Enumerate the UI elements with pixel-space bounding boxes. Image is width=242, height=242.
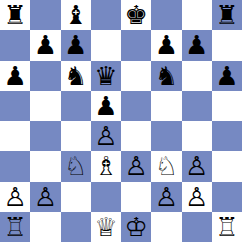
square-f5[interactable]	[151, 91, 181, 121]
square-g1[interactable]	[182, 212, 212, 242]
square-c7[interactable]: ♟	[61, 30, 91, 60]
square-g7[interactable]: ♟	[182, 30, 212, 60]
square-a7[interactable]	[0, 30, 30, 60]
square-d1[interactable]: ♕	[91, 212, 121, 242]
piece-black-pawn[interactable]: ♟	[215, 61, 238, 91]
chess-board: ♜♝♚♜♟♟♟♟♟♞♛♞♟♟♙♘♗♙♘♙♙♙♙♙♖♕♔♖	[0, 0, 242, 242]
square-e3[interactable]: ♙	[121, 151, 151, 181]
square-e7[interactable]	[121, 30, 151, 60]
piece-black-pawn[interactable]: ♟	[155, 30, 178, 60]
square-c4[interactable]	[61, 121, 91, 151]
square-f4[interactable]	[151, 121, 181, 151]
square-c3[interactable]: ♘	[61, 151, 91, 181]
piece-black-pawn[interactable]: ♟	[34, 30, 57, 60]
piece-black-rook[interactable]: ♜	[215, 0, 238, 30]
square-c8[interactable]: ♝	[61, 0, 91, 30]
square-f2[interactable]: ♙	[151, 182, 181, 212]
piece-white-rook[interactable]: ♖	[3, 212, 26, 242]
square-e2[interactable]	[121, 182, 151, 212]
piece-black-bishop[interactable]: ♝	[64, 0, 87, 30]
square-f6[interactable]: ♞	[151, 61, 181, 91]
piece-white-pawn[interactable]: ♙	[155, 182, 178, 212]
square-g4[interactable]	[182, 121, 212, 151]
square-g6[interactable]	[182, 61, 212, 91]
square-h8[interactable]: ♜	[212, 0, 242, 30]
square-d7[interactable]	[91, 30, 121, 60]
square-a5[interactable]	[0, 91, 30, 121]
square-f1[interactable]	[151, 212, 181, 242]
piece-white-pawn[interactable]: ♙	[94, 121, 117, 151]
square-a3[interactable]	[0, 151, 30, 181]
square-g5[interactable]	[182, 91, 212, 121]
piece-black-pawn[interactable]: ♟	[185, 30, 208, 60]
square-c6[interactable]: ♞	[61, 61, 91, 91]
square-c5[interactable]	[61, 91, 91, 121]
square-g2[interactable]: ♙	[182, 182, 212, 212]
square-d4[interactable]: ♙	[91, 121, 121, 151]
piece-black-king[interactable]: ♚	[124, 0, 147, 30]
square-c2[interactable]	[61, 182, 91, 212]
piece-white-pawn[interactable]: ♙	[34, 182, 57, 212]
square-a8[interactable]: ♜	[0, 0, 30, 30]
piece-white-bishop[interactable]: ♗	[94, 151, 117, 181]
piece-white-king[interactable]: ♔	[124, 212, 147, 242]
piece-white-pawn[interactable]: ♙	[185, 151, 208, 181]
square-a6[interactable]: ♟	[0, 61, 30, 91]
square-g3[interactable]: ♙	[182, 151, 212, 181]
square-h2[interactable]	[212, 182, 242, 212]
square-d8[interactable]	[91, 0, 121, 30]
piece-black-rook[interactable]: ♜	[3, 0, 26, 30]
square-f7[interactable]: ♟	[151, 30, 181, 60]
square-b7[interactable]: ♟	[30, 30, 60, 60]
square-d5[interactable]: ♟	[91, 91, 121, 121]
square-d3[interactable]: ♗	[91, 151, 121, 181]
piece-white-knight[interactable]: ♘	[155, 151, 178, 181]
square-e5[interactable]	[121, 91, 151, 121]
square-b2[interactable]: ♙	[30, 182, 60, 212]
square-e1[interactable]: ♔	[121, 212, 151, 242]
square-h7[interactable]	[212, 30, 242, 60]
square-c1[interactable]	[61, 212, 91, 242]
square-h6[interactable]: ♟	[212, 61, 242, 91]
piece-black-pawn[interactable]: ♟	[64, 30, 87, 60]
piece-white-queen[interactable]: ♕	[94, 212, 117, 242]
square-f8[interactable]	[151, 0, 181, 30]
square-g8[interactable]	[182, 0, 212, 30]
square-b5[interactable]	[30, 91, 60, 121]
piece-white-knight[interactable]: ♘	[64, 151, 87, 181]
square-e4[interactable]	[121, 121, 151, 151]
square-b1[interactable]	[30, 212, 60, 242]
square-b6[interactable]	[30, 61, 60, 91]
piece-black-knight[interactable]: ♞	[64, 61, 87, 91]
piece-white-pawn[interactable]: ♙	[124, 151, 147, 181]
square-f3[interactable]: ♘	[151, 151, 181, 181]
square-b3[interactable]	[30, 151, 60, 181]
square-a1[interactable]: ♖	[0, 212, 30, 242]
piece-white-rook[interactable]: ♖	[215, 212, 238, 242]
square-a4[interactable]	[0, 121, 30, 151]
square-h3[interactable]	[212, 151, 242, 181]
square-b4[interactable]	[30, 121, 60, 151]
piece-black-pawn[interactable]: ♟	[94, 91, 117, 121]
square-e8[interactable]: ♚	[121, 0, 151, 30]
square-h5[interactable]	[212, 91, 242, 121]
square-e6[interactable]	[121, 61, 151, 91]
square-h1[interactable]: ♖	[212, 212, 242, 242]
square-h4[interactable]	[212, 121, 242, 151]
square-d6[interactable]: ♛	[91, 61, 121, 91]
piece-white-pawn[interactable]: ♙	[185, 182, 208, 212]
piece-black-knight[interactable]: ♞	[155, 61, 178, 91]
piece-white-pawn[interactable]: ♙	[3, 182, 26, 212]
square-b8[interactable]	[30, 0, 60, 30]
piece-black-pawn[interactable]: ♟	[3, 61, 26, 91]
square-a2[interactable]: ♙	[0, 182, 30, 212]
piece-black-queen[interactable]: ♛	[94, 61, 117, 91]
square-d2[interactable]	[91, 182, 121, 212]
